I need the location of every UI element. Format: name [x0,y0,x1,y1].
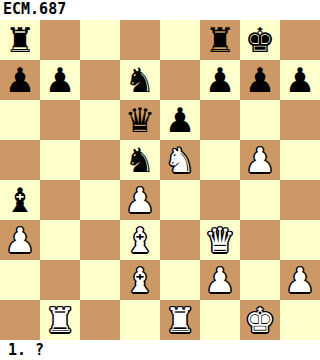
square-h2[interactable]: ♟ [280,260,320,300]
square-a2[interactable] [0,260,40,300]
black-knight[interactable]: ♞ [125,63,155,97]
square-g8[interactable]: ♚ [240,20,280,60]
square-b7[interactable]: ♟ [40,60,80,100]
square-d8[interactable] [120,20,160,60]
square-d6[interactable]: ♛ [120,100,160,140]
square-b6[interactable] [40,100,80,140]
square-f4[interactable] [200,180,240,220]
square-e3[interactable] [160,220,200,260]
white-queen[interactable]: ♛ [205,223,235,257]
square-a5[interactable] [0,140,40,180]
square-e4[interactable] [160,180,200,220]
square-a6[interactable] [0,100,40,140]
white-pawn[interactable]: ♟ [245,143,275,177]
square-g5[interactable]: ♟ [240,140,280,180]
square-c5[interactable] [80,140,120,180]
black-queen[interactable]: ♛ [125,103,155,137]
square-h1[interactable] [280,300,320,340]
white-king[interactable]: ♚ [245,303,275,337]
black-pawn[interactable]: ♟ [285,63,315,97]
square-f7[interactable]: ♟ [200,60,240,100]
white-rook[interactable]: ♜ [165,303,195,337]
black-pawn[interactable]: ♟ [165,103,195,137]
square-d1[interactable] [120,300,160,340]
square-b1[interactable]: ♜ [40,300,80,340]
black-bishop[interactable]: ♝ [5,183,35,217]
black-pawn[interactable]: ♟ [45,63,75,97]
square-e2[interactable] [160,260,200,300]
square-e5[interactable]: ♞ [160,140,200,180]
black-pawn[interactable]: ♟ [245,63,275,97]
square-a3[interactable]: ♟ [0,220,40,260]
square-f3[interactable]: ♛ [200,220,240,260]
square-h8[interactable] [280,20,320,60]
square-g3[interactable] [240,220,280,260]
square-a1[interactable] [0,300,40,340]
move-prompt: 1. ? [0,340,320,360]
square-c3[interactable] [80,220,120,260]
square-e6[interactable]: ♟ [160,100,200,140]
black-pawn[interactable]: ♟ [5,63,35,97]
white-bishop[interactable]: ♝ [125,223,155,257]
square-b3[interactable] [40,220,80,260]
white-pawn[interactable]: ♟ [5,223,35,257]
square-g2[interactable] [240,260,280,300]
square-e7[interactable] [160,60,200,100]
square-g6[interactable] [240,100,280,140]
white-pawn[interactable]: ♟ [205,263,235,297]
square-h3[interactable] [280,220,320,260]
square-a8[interactable]: ♜ [0,20,40,60]
square-c6[interactable] [80,100,120,140]
square-f6[interactable] [200,100,240,140]
square-c8[interactable] [80,20,120,60]
square-h6[interactable] [280,100,320,140]
black-king[interactable]: ♚ [245,23,275,57]
square-f5[interactable] [200,140,240,180]
chess-board: ♜♜♚♟♟♞♟♟♟♛♟♞♞♟♝♟♟♝♛♝♟♟♜♜♚ [0,20,320,340]
square-b5[interactable] [40,140,80,180]
square-h5[interactable] [280,140,320,180]
square-a7[interactable]: ♟ [0,60,40,100]
square-c1[interactable] [80,300,120,340]
white-pawn[interactable]: ♟ [285,263,315,297]
black-rook[interactable]: ♜ [205,23,235,57]
square-g1[interactable]: ♚ [240,300,280,340]
white-pawn[interactable]: ♟ [125,183,155,217]
white-knight[interactable]: ♞ [165,143,195,177]
square-c4[interactable] [80,180,120,220]
black-rook[interactable]: ♜ [5,23,35,57]
square-d5[interactable]: ♞ [120,140,160,180]
square-b4[interactable] [40,180,80,220]
white-rook[interactable]: ♜ [45,303,75,337]
square-d7[interactable]: ♞ [120,60,160,100]
square-g4[interactable] [240,180,280,220]
square-f8[interactable]: ♜ [200,20,240,60]
square-h4[interactable] [280,180,320,220]
black-knight[interactable]: ♞ [125,143,155,177]
square-d3[interactable]: ♝ [120,220,160,260]
square-d4[interactable]: ♟ [120,180,160,220]
black-pawn[interactable]: ♟ [205,63,235,97]
square-d2[interactable]: ♝ [120,260,160,300]
square-e1[interactable]: ♜ [160,300,200,340]
white-bishop[interactable]: ♝ [125,263,155,297]
square-c2[interactable] [80,260,120,300]
square-e8[interactable] [160,20,200,60]
square-f1[interactable] [200,300,240,340]
square-g7[interactable]: ♟ [240,60,280,100]
square-b8[interactable] [40,20,80,60]
square-f2[interactable]: ♟ [200,260,240,300]
puzzle-id-label: ECM.687 [0,0,320,20]
square-c7[interactable] [80,60,120,100]
chess-diagram-window: ECM.687 ♜♜♚♟♟♞♟♟♟♛♟♞♞♟♝♟♟♝♛♝♟♟♜♜♚ 1. ? [0,0,320,360]
square-b2[interactable] [40,260,80,300]
square-a4[interactable]: ♝ [0,180,40,220]
square-h7[interactable]: ♟ [280,60,320,100]
